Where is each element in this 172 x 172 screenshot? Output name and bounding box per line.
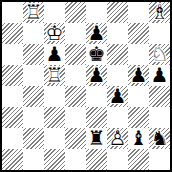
square-a6[interactable] bbox=[2, 44, 23, 65]
square-f5[interactable] bbox=[107, 65, 128, 86]
square-a7[interactable] bbox=[2, 23, 23, 44]
black-knight[interactable]: ♞ bbox=[149, 128, 170, 149]
black-piece-glyph: ♜ bbox=[86, 128, 107, 149]
square-e2[interactable]: ♜ bbox=[86, 128, 107, 149]
square-b4[interactable] bbox=[23, 86, 44, 107]
white-piece-outline-layer: ♗ bbox=[149, 2, 170, 23]
square-c6[interactable]: ♟ bbox=[44, 44, 65, 65]
black-piece-glyph: ♞ bbox=[149, 128, 170, 149]
square-e1[interactable] bbox=[86, 149, 107, 170]
square-c7[interactable]: ♚♔ bbox=[44, 23, 65, 44]
square-a1[interactable] bbox=[2, 149, 23, 170]
square-g7[interactable] bbox=[128, 23, 149, 44]
square-e7[interactable]: ♟ bbox=[86, 23, 107, 44]
square-g1[interactable] bbox=[128, 149, 149, 170]
square-f8[interactable] bbox=[107, 2, 128, 23]
black-pawn[interactable]: ♟ bbox=[149, 65, 170, 86]
square-g4[interactable] bbox=[128, 86, 149, 107]
black-king[interactable]: ♚ bbox=[86, 44, 107, 65]
square-b2[interactable] bbox=[23, 128, 44, 149]
square-f4[interactable]: ♟ bbox=[107, 86, 128, 107]
square-h5[interactable]: ♟ bbox=[149, 65, 170, 86]
square-c5[interactable]: ♜♖ bbox=[44, 65, 65, 86]
square-h3[interactable] bbox=[149, 107, 170, 128]
black-piece-glyph: ♚ bbox=[86, 44, 107, 65]
white-bishop[interactable]: ♝♗ bbox=[149, 2, 170, 23]
square-a2[interactable] bbox=[2, 128, 23, 149]
square-c3[interactable] bbox=[44, 107, 65, 128]
square-g3[interactable] bbox=[128, 107, 149, 128]
square-f6[interactable] bbox=[107, 44, 128, 65]
square-e8[interactable] bbox=[86, 2, 107, 23]
square-b7[interactable] bbox=[23, 23, 44, 44]
square-f1[interactable] bbox=[107, 149, 128, 170]
square-e5[interactable]: ♟ bbox=[86, 65, 107, 86]
white-pawn[interactable]: ♟♙ bbox=[107, 128, 128, 149]
square-h2[interactable]: ♞ bbox=[149, 128, 170, 149]
black-piece-glyph: ♟ bbox=[86, 65, 107, 86]
square-d5[interactable] bbox=[65, 65, 86, 86]
square-a4[interactable] bbox=[2, 86, 23, 107]
black-piece-glyph: ♟ bbox=[44, 44, 65, 65]
black-piece-glyph: ♟ bbox=[149, 65, 170, 86]
white-piece-outline-layer: ♖ bbox=[44, 65, 65, 86]
square-c8[interactable] bbox=[44, 2, 65, 23]
square-b3[interactable] bbox=[23, 107, 44, 128]
chess-board-frame: ♜♖♝♗♚♔♟♟♚♞♘♜♖♟♟♟♟♜♟♙♝♞ bbox=[0, 0, 172, 172]
black-rook[interactable]: ♜ bbox=[86, 128, 107, 149]
square-c1[interactable] bbox=[44, 149, 65, 170]
square-d1[interactable] bbox=[65, 149, 86, 170]
square-h1[interactable] bbox=[149, 149, 170, 170]
black-pawn[interactable]: ♟ bbox=[86, 65, 107, 86]
square-g6[interactable] bbox=[128, 44, 149, 65]
square-g5[interactable]: ♟ bbox=[128, 65, 149, 86]
square-b8[interactable]: ♜♖ bbox=[23, 2, 44, 23]
black-piece-glyph: ♟ bbox=[86, 23, 107, 44]
square-f2[interactable]: ♟♙ bbox=[107, 128, 128, 149]
square-d6[interactable] bbox=[65, 44, 86, 65]
square-e3[interactable] bbox=[86, 107, 107, 128]
square-h8[interactable]: ♝♗ bbox=[149, 2, 170, 23]
square-d8[interactable] bbox=[65, 2, 86, 23]
white-rook[interactable]: ♜♖ bbox=[23, 2, 44, 23]
square-d7[interactable] bbox=[65, 23, 86, 44]
black-pawn[interactable]: ♟ bbox=[107, 86, 128, 107]
square-f7[interactable] bbox=[107, 23, 128, 44]
black-pawn[interactable]: ♟ bbox=[86, 23, 107, 44]
square-b1[interactable] bbox=[23, 149, 44, 170]
white-knight[interactable]: ♞♘ bbox=[149, 44, 170, 65]
square-e6[interactable]: ♚ bbox=[86, 44, 107, 65]
square-a3[interactable] bbox=[2, 107, 23, 128]
black-pawn[interactable]: ♟ bbox=[44, 44, 65, 65]
square-f3[interactable] bbox=[107, 107, 128, 128]
square-g8[interactable] bbox=[128, 2, 149, 23]
square-e4[interactable] bbox=[86, 86, 107, 107]
white-piece-outline-layer: ♔ bbox=[44, 23, 65, 44]
white-piece-outline-layer: ♙ bbox=[107, 128, 128, 149]
square-b6[interactable] bbox=[23, 44, 44, 65]
square-h7[interactable] bbox=[149, 23, 170, 44]
black-piece-glyph: ♟ bbox=[128, 65, 149, 86]
white-rook[interactable]: ♜♖ bbox=[44, 65, 65, 86]
chess-board: ♜♖♝♗♚♔♟♟♚♞♘♜♖♟♟♟♟♜♟♙♝♞ bbox=[2, 2, 170, 170]
square-d2[interactable] bbox=[65, 128, 86, 149]
square-c2[interactable] bbox=[44, 128, 65, 149]
square-a5[interactable] bbox=[2, 65, 23, 86]
black-bishop[interactable]: ♝ bbox=[128, 128, 149, 149]
square-b5[interactable] bbox=[23, 65, 44, 86]
white-piece-outline-layer: ♘ bbox=[149, 44, 170, 65]
black-pawn[interactable]: ♟ bbox=[128, 65, 149, 86]
black-piece-glyph: ♝ bbox=[128, 128, 149, 149]
square-a8[interactable] bbox=[2, 2, 23, 23]
black-piece-glyph: ♟ bbox=[107, 86, 128, 107]
white-king[interactable]: ♚♔ bbox=[44, 23, 65, 44]
square-h4[interactable] bbox=[149, 86, 170, 107]
square-h6[interactable]: ♞♘ bbox=[149, 44, 170, 65]
page: { "game": "chess", "diagram_style": "pri… bbox=[0, 0, 172, 172]
square-c4[interactable] bbox=[44, 86, 65, 107]
square-d3[interactable] bbox=[65, 107, 86, 128]
white-piece-outline-layer: ♖ bbox=[23, 2, 44, 23]
square-g2[interactable]: ♝ bbox=[128, 128, 149, 149]
square-d4[interactable] bbox=[65, 86, 86, 107]
